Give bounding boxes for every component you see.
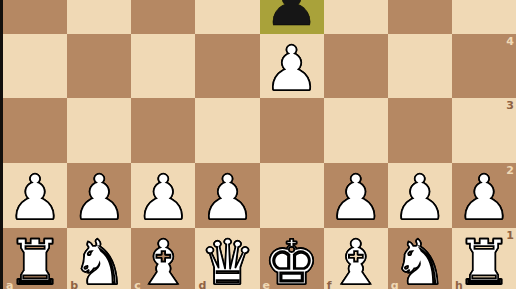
square-a5[interactable]	[3, 0, 67, 34]
square-f3[interactable]	[324, 98, 388, 163]
square-g4[interactable]	[388, 34, 452, 99]
square-g5[interactable]	[388, 0, 452, 34]
square-h3[interactable]: 3	[452, 98, 516, 163]
square-g3[interactable]	[388, 98, 452, 163]
piece-white-pawn[interactable]: ♟	[136, 167, 192, 229]
rank-label-4: 4	[506, 36, 514, 47]
rank-label-3: 3	[506, 100, 514, 111]
square-h4[interactable]: 4	[452, 34, 516, 99]
square-e3[interactable]	[260, 98, 324, 163]
square-h1[interactable]: ♜1h	[452, 228, 516, 289]
square-a3[interactable]	[3, 98, 67, 163]
square-g1[interactable]: ♞g	[388, 228, 452, 289]
square-b5[interactable]	[67, 0, 131, 34]
piece-white-pawn[interactable]: ♟	[456, 167, 512, 229]
piece-white-pawn[interactable]: ♟	[392, 167, 448, 229]
square-d4[interactable]	[195, 34, 259, 99]
square-h2[interactable]: ♟2	[452, 163, 516, 228]
piece-white-queen[interactable]: ♛	[200, 232, 256, 289]
piece-white-bishop[interactable]: ♝	[136, 232, 192, 289]
square-e5[interactable]: ♟	[260, 0, 324, 34]
square-f4[interactable]	[324, 34, 388, 99]
piece-white-pawn[interactable]: ♟	[264, 38, 320, 100]
square-d5[interactable]	[195, 0, 259, 34]
square-b1[interactable]: ♞b	[67, 228, 131, 289]
square-c2[interactable]: ♟	[131, 163, 195, 228]
piece-black-pawn[interactable]: ♟	[264, 0, 320, 35]
piece-white-knight[interactable]: ♞	[392, 232, 448, 289]
piece-white-bishop[interactable]: ♝	[328, 232, 384, 289]
piece-white-pawn[interactable]: ♟	[7, 167, 63, 229]
piece-white-king[interactable]: ♚	[264, 232, 320, 289]
square-c4[interactable]	[131, 34, 195, 99]
piece-white-pawn[interactable]: ♟	[71, 167, 127, 229]
square-c1[interactable]: ♝c	[131, 228, 195, 289]
square-d2[interactable]: ♟	[195, 163, 259, 228]
square-c5[interactable]	[131, 0, 195, 34]
square-a4[interactable]	[3, 34, 67, 99]
square-e1[interactable]: ♚e	[260, 228, 324, 289]
square-b3[interactable]	[67, 98, 131, 163]
square-d3[interactable]	[195, 98, 259, 163]
square-f2[interactable]: ♟	[324, 163, 388, 228]
square-b4[interactable]	[67, 34, 131, 99]
square-f5[interactable]	[324, 0, 388, 34]
square-e2[interactable]	[260, 163, 324, 228]
piece-white-pawn[interactable]: ♟	[328, 167, 384, 229]
chess-board[interactable]: ♜♞♝♛♚♝♞♜8♟♟♟♟♟♟♟76♟5♟43♟♟♟♟♟♟♟2♜a♞b♝c♛d♚…	[3, 0, 516, 289]
piece-white-pawn[interactable]: ♟	[200, 167, 256, 229]
square-e4[interactable]: ♟	[260, 34, 324, 99]
square-a2[interactable]: ♟	[3, 163, 67, 228]
app-background: ♜♞♝♛♚♝♞♜8♟♟♟♟♟♟♟76♟5♟43♟♟♟♟♟♟♟2♜a♞b♝c♛d♚…	[0, 0, 516, 289]
square-h5[interactable]: 5	[452, 0, 516, 34]
square-f1[interactable]: ♝f	[324, 228, 388, 289]
piece-white-rook[interactable]: ♜	[456, 232, 512, 289]
square-d1[interactable]: ♛d	[195, 228, 259, 289]
square-g2[interactable]: ♟	[388, 163, 452, 228]
square-c3[interactable]	[131, 98, 195, 163]
piece-white-rook[interactable]: ♜	[7, 232, 63, 289]
square-a1[interactable]: ♜a	[3, 228, 67, 289]
piece-white-knight[interactable]: ♞	[71, 232, 127, 289]
square-b2[interactable]: ♟	[67, 163, 131, 228]
